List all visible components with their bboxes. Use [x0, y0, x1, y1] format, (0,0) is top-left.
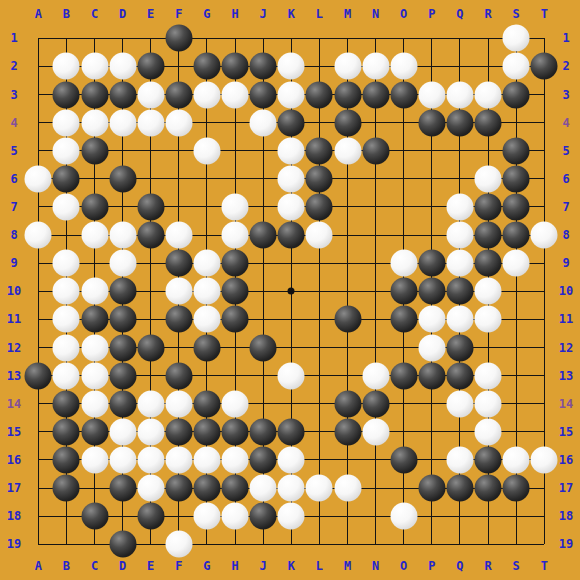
stone-black-F13[interactable] [165, 362, 192, 389]
column-label-top-E: E [147, 7, 154, 21]
stone-black-D10[interactable] [109, 278, 136, 305]
stone-white-K3[interactable] [278, 81, 305, 108]
stone-white-M5[interactable] [334, 137, 361, 164]
stone-white-K7[interactable] [278, 193, 305, 220]
grid-line-vertical [375, 38, 376, 544]
stone-black-E7[interactable] [137, 193, 164, 220]
column-label-top-K: K [288, 7, 295, 21]
stone-white-E17[interactable] [137, 475, 164, 502]
stone-white-P11[interactable] [418, 306, 445, 333]
stone-black-S3[interactable] [503, 81, 530, 108]
row-label-right-10: 10 [559, 284, 573, 298]
row-label-right-7: 7 [562, 200, 569, 214]
stone-white-K6[interactable] [278, 165, 305, 192]
stone-black-R16[interactable] [475, 446, 502, 473]
stone-white-S2[interactable] [503, 53, 530, 80]
stone-black-O16[interactable] [390, 446, 417, 473]
stone-white-R11[interactable] [475, 306, 502, 333]
stone-black-D6[interactable] [109, 165, 136, 192]
stone-white-S16[interactable] [503, 446, 530, 473]
stone-black-L5[interactable] [306, 137, 333, 164]
stone-white-C4[interactable] [81, 109, 108, 136]
stone-white-G11[interactable] [193, 306, 220, 333]
stone-black-J12[interactable] [250, 334, 277, 361]
stone-white-H8[interactable] [222, 222, 249, 249]
stone-black-D3[interactable] [109, 81, 136, 108]
row-label-left-7: 7 [10, 200, 17, 214]
column-label-bottom-L: L [316, 559, 323, 573]
column-label-top-H: H [231, 7, 238, 21]
stone-black-C3[interactable] [81, 81, 108, 108]
stone-black-D11[interactable] [109, 306, 136, 333]
column-label-top-G: G [203, 7, 210, 21]
stone-black-Q13[interactable] [446, 362, 473, 389]
stone-white-C2[interactable] [81, 53, 108, 80]
stone-white-F16[interactable] [165, 446, 192, 473]
stone-white-Q8[interactable] [446, 222, 473, 249]
row-label-right-11: 11 [559, 312, 573, 326]
stone-black-D12[interactable] [109, 334, 136, 361]
stone-white-R3[interactable] [475, 81, 502, 108]
stone-white-Q14[interactable] [446, 390, 473, 417]
stone-black-Q17[interactable] [446, 475, 473, 502]
stone-black-H11[interactable] [222, 306, 249, 333]
stone-white-E4[interactable] [137, 109, 164, 136]
column-label-top-N: N [372, 7, 379, 21]
row-label-right-3: 3 [562, 88, 569, 102]
stone-black-M4[interactable] [334, 109, 361, 136]
column-label-bottom-O: O [400, 559, 407, 573]
stone-white-H18[interactable] [222, 503, 249, 530]
stone-white-T16[interactable] [531, 446, 558, 473]
stone-white-C13[interactable] [81, 362, 108, 389]
column-label-bottom-B: B [63, 559, 70, 573]
row-label-left-17: 17 [7, 481, 21, 495]
stone-black-J2[interactable] [250, 53, 277, 80]
stone-black-R8[interactable] [475, 222, 502, 249]
row-label-right-9: 9 [562, 256, 569, 270]
row-label-left-3: 3 [10, 88, 17, 102]
stone-white-H16[interactable] [222, 446, 249, 473]
row-label-right-18: 18 [559, 509, 573, 523]
stone-black-J8[interactable] [250, 222, 277, 249]
stone-black-B16[interactable] [53, 446, 80, 473]
stone-white-L17[interactable] [306, 475, 333, 502]
stone-white-D15[interactable] [109, 418, 136, 445]
stone-white-G16[interactable] [193, 446, 220, 473]
stone-black-G15[interactable] [193, 418, 220, 445]
stone-white-O18[interactable] [390, 503, 417, 530]
stone-white-C16[interactable] [81, 446, 108, 473]
stone-white-R13[interactable] [475, 362, 502, 389]
stone-black-M11[interactable] [334, 306, 361, 333]
stone-black-S5[interactable] [503, 137, 530, 164]
stone-white-A6[interactable] [25, 165, 52, 192]
stone-black-D13[interactable] [109, 362, 136, 389]
stone-black-H10[interactable] [222, 278, 249, 305]
stone-white-H14[interactable] [222, 390, 249, 417]
stone-white-E14[interactable] [137, 390, 164, 417]
stone-white-D4[interactable] [109, 109, 136, 136]
stone-white-E3[interactable] [137, 81, 164, 108]
stone-black-M14[interactable] [334, 390, 361, 417]
stone-black-G14[interactable] [193, 390, 220, 417]
stone-black-J15[interactable] [250, 418, 277, 445]
column-label-top-P: P [428, 7, 435, 21]
stone-white-R6[interactable] [475, 165, 502, 192]
stone-black-G12[interactable] [193, 334, 220, 361]
column-label-top-J: J [260, 7, 267, 21]
column-label-bottom-P: P [428, 559, 435, 573]
stone-white-H7[interactable] [222, 193, 249, 220]
row-label-left-19: 19 [7, 537, 21, 551]
stone-black-T2[interactable] [531, 53, 558, 80]
stone-white-A8[interactable] [25, 222, 52, 249]
stone-black-J16[interactable] [250, 446, 277, 473]
row-label-left-16: 16 [7, 453, 21, 467]
stone-black-L7[interactable] [306, 193, 333, 220]
column-label-bottom-F: F [175, 559, 182, 573]
stone-white-S9[interactable] [503, 250, 530, 277]
stone-black-E12[interactable] [137, 334, 164, 361]
column-label-top-Q: Q [456, 7, 463, 21]
column-label-top-R: R [484, 7, 491, 21]
stone-white-H3[interactable] [222, 81, 249, 108]
stone-black-C5[interactable] [81, 137, 108, 164]
stone-white-Q3[interactable] [446, 81, 473, 108]
stone-white-B13[interactable] [53, 362, 80, 389]
stone-black-P13[interactable] [418, 362, 445, 389]
stone-black-O13[interactable] [390, 362, 417, 389]
stone-black-S8[interactable] [503, 222, 530, 249]
stone-black-F1[interactable] [165, 25, 192, 52]
stone-white-C12[interactable] [81, 334, 108, 361]
stone-black-B14[interactable] [53, 390, 80, 417]
stone-white-K13[interactable] [278, 362, 305, 389]
stone-black-H2[interactable] [222, 53, 249, 80]
column-label-bottom-C: C [91, 559, 98, 573]
stone-black-D17[interactable] [109, 475, 136, 502]
stone-white-P3[interactable] [418, 81, 445, 108]
column-label-bottom-Q: Q [456, 559, 463, 573]
row-label-left-18: 18 [7, 509, 21, 523]
stone-black-H9[interactable] [222, 250, 249, 277]
stone-white-Q9[interactable] [446, 250, 473, 277]
row-label-right-6: 6 [562, 172, 569, 186]
row-label-right-12: 12 [559, 341, 573, 355]
stone-black-R4[interactable] [475, 109, 502, 136]
stone-white-E15[interactable] [137, 418, 164, 445]
stone-white-B12[interactable] [53, 334, 80, 361]
column-label-bottom-N: N [372, 559, 379, 573]
column-label-top-O: O [400, 7, 407, 21]
column-label-bottom-S: S [513, 559, 520, 573]
stone-black-L3[interactable] [306, 81, 333, 108]
row-label-right-8: 8 [562, 228, 569, 242]
stone-black-E2[interactable] [137, 53, 164, 80]
stone-black-Q12[interactable] [446, 334, 473, 361]
stone-white-T8[interactable] [531, 222, 558, 249]
stone-black-C15[interactable] [81, 418, 108, 445]
stone-black-M3[interactable] [334, 81, 361, 108]
stone-white-G18[interactable] [193, 503, 220, 530]
column-label-top-B: B [63, 7, 70, 21]
stone-white-F4[interactable] [165, 109, 192, 136]
stone-black-N5[interactable] [362, 137, 389, 164]
row-label-right-16: 16 [559, 453, 573, 467]
column-label-bottom-T: T [541, 559, 548, 573]
column-label-top-A: A [35, 7, 42, 21]
row-label-left-11: 11 [7, 312, 21, 326]
row-label-left-13: 13 [7, 369, 21, 383]
stone-black-A13[interactable] [25, 362, 52, 389]
stone-black-H17[interactable] [222, 475, 249, 502]
stone-black-R17[interactable] [475, 475, 502, 502]
column-label-bottom-D: D [119, 559, 126, 573]
column-label-bottom-M: M [344, 559, 351, 573]
stone-white-M2[interactable] [334, 53, 361, 80]
stone-black-F11[interactable] [165, 306, 192, 333]
row-label-left-12: 12 [7, 341, 21, 355]
row-label-left-15: 15 [7, 425, 21, 439]
stone-black-Q10[interactable] [446, 278, 473, 305]
stone-white-F19[interactable] [165, 531, 192, 558]
stone-black-R7[interactable] [475, 193, 502, 220]
stone-black-E18[interactable] [137, 503, 164, 530]
stone-black-D14[interactable] [109, 390, 136, 417]
stone-white-C8[interactable] [81, 222, 108, 249]
row-label-right-4: 4 [562, 116, 569, 130]
stone-black-S6[interactable] [503, 165, 530, 192]
row-label-left-2: 2 [10, 59, 17, 73]
stone-white-J4[interactable] [250, 109, 277, 136]
stone-black-S7[interactable] [503, 193, 530, 220]
stone-white-F14[interactable] [165, 390, 192, 417]
stone-white-O9[interactable] [390, 250, 417, 277]
stone-white-Q11[interactable] [446, 306, 473, 333]
go-board[interactable]: AABBCCDDEEFFGGHHJJKKLLMMNNOOPPQQRRSSTT11… [0, 0, 580, 580]
stone-white-D8[interactable] [109, 222, 136, 249]
stone-black-J18[interactable] [250, 503, 277, 530]
column-label-bottom-J: J [260, 559, 267, 573]
stone-white-B11[interactable] [53, 306, 80, 333]
row-label-left-6: 6 [10, 172, 17, 186]
stone-black-O3[interactable] [390, 81, 417, 108]
stone-white-E16[interactable] [137, 446, 164, 473]
column-label-top-C: C [91, 7, 98, 21]
stone-black-G17[interactable] [193, 475, 220, 502]
stone-white-C14[interactable] [81, 390, 108, 417]
stone-white-R10[interactable] [475, 278, 502, 305]
row-label-right-1: 1 [562, 31, 569, 45]
stone-black-J3[interactable] [250, 81, 277, 108]
stone-black-K4[interactable] [278, 109, 305, 136]
stone-white-B5[interactable] [53, 137, 80, 164]
stone-black-C7[interactable] [81, 193, 108, 220]
stone-white-N15[interactable] [362, 418, 389, 445]
column-label-top-M: M [344, 7, 351, 21]
stone-white-B2[interactable] [53, 53, 80, 80]
column-label-top-L: L [316, 7, 323, 21]
stone-white-N13[interactable] [362, 362, 389, 389]
go-game-screen: AABBCCDDEEFFGGHHJJKKLLMMNNOOPPQQRRSSTT11… [0, 0, 580, 580]
stone-black-B6[interactable] [53, 165, 80, 192]
stone-black-E8[interactable] [137, 222, 164, 249]
row-label-left-5: 5 [10, 144, 17, 158]
stone-white-Q7[interactable] [446, 193, 473, 220]
column-label-top-T: T [541, 7, 548, 21]
stone-white-O2[interactable] [390, 53, 417, 80]
row-label-right-2: 2 [562, 59, 569, 73]
stone-black-F17[interactable] [165, 475, 192, 502]
row-label-left-10: 10 [7, 284, 21, 298]
stone-black-P9[interactable] [418, 250, 445, 277]
stone-white-M17[interactable] [334, 475, 361, 502]
stone-black-O10[interactable] [390, 278, 417, 305]
stone-black-G2[interactable] [193, 53, 220, 80]
stone-black-R9[interactable] [475, 250, 502, 277]
row-label-left-4: 4 [10, 116, 17, 130]
row-label-right-19: 19 [559, 537, 573, 551]
grid-line-vertical [319, 38, 320, 544]
stone-white-D2[interactable] [109, 53, 136, 80]
column-label-bottom-A: A [35, 559, 42, 573]
row-label-right-13: 13 [559, 369, 573, 383]
stone-white-B9[interactable] [53, 250, 80, 277]
stone-black-O11[interactable] [390, 306, 417, 333]
row-label-left-8: 8 [10, 228, 17, 242]
column-label-bottom-E: E [147, 559, 154, 573]
column-label-top-S: S [513, 7, 520, 21]
stone-black-P17[interactable] [418, 475, 445, 502]
stone-black-S17[interactable] [503, 475, 530, 502]
stone-white-K2[interactable] [278, 53, 305, 80]
stone-white-J17[interactable] [250, 475, 277, 502]
row-label-right-15: 15 [559, 425, 573, 439]
column-label-top-D: D [119, 7, 126, 21]
stone-white-Q16[interactable] [446, 446, 473, 473]
stone-black-N3[interactable] [362, 81, 389, 108]
stone-white-K5[interactable] [278, 137, 305, 164]
stone-white-K16[interactable] [278, 446, 305, 473]
stone-white-P12[interactable] [418, 334, 445, 361]
stone-white-B7[interactable] [53, 193, 80, 220]
stone-black-N14[interactable] [362, 390, 389, 417]
row-label-right-14: 14 [559, 397, 573, 411]
column-label-bottom-R: R [484, 559, 491, 573]
row-label-left-1: 1 [10, 31, 17, 45]
stone-white-D9[interactable] [109, 250, 136, 277]
stone-black-B3[interactable] [53, 81, 80, 108]
stone-white-R15[interactable] [475, 418, 502, 445]
column-label-bottom-G: G [203, 559, 210, 573]
column-label-bottom-K: K [288, 559, 295, 573]
stone-black-B17[interactable] [53, 475, 80, 502]
stone-black-Q4[interactable] [446, 109, 473, 136]
stone-black-F3[interactable] [165, 81, 192, 108]
row-label-left-14: 14 [7, 397, 21, 411]
stone-white-C10[interactable] [81, 278, 108, 305]
stone-white-R14[interactable] [475, 390, 502, 417]
stone-black-K8[interactable] [278, 222, 305, 249]
stone-white-K18[interactable] [278, 503, 305, 530]
stone-black-L6[interactable] [306, 165, 333, 192]
stone-white-L8[interactable] [306, 222, 333, 249]
column-label-bottom-H: H [231, 559, 238, 573]
row-label-right-17: 17 [559, 481, 573, 495]
stone-black-D19[interactable] [109, 531, 136, 558]
stone-black-F15[interactable] [165, 418, 192, 445]
stone-black-K15[interactable] [278, 418, 305, 445]
stone-white-G9[interactable] [193, 250, 220, 277]
stone-black-C18[interactable] [81, 503, 108, 530]
stone-white-G10[interactable] [193, 278, 220, 305]
stone-black-C11[interactable] [81, 306, 108, 333]
stone-black-B15[interactable] [53, 418, 80, 445]
stone-white-G3[interactable] [193, 81, 220, 108]
stone-black-H15[interactable] [222, 418, 249, 445]
column-label-top-F: F [175, 7, 182, 21]
stone-black-F9[interactable] [165, 250, 192, 277]
stone-white-S1[interactable] [503, 25, 530, 52]
stone-white-B4[interactable] [53, 109, 80, 136]
stone-black-P4[interactable] [418, 109, 445, 136]
stone-white-F10[interactable] [165, 278, 192, 305]
stone-black-M15[interactable] [334, 418, 361, 445]
stone-black-P10[interactable] [418, 278, 445, 305]
stone-white-N2[interactable] [362, 53, 389, 80]
star-point-K10 [288, 288, 295, 295]
row-label-left-9: 9 [10, 256, 17, 270]
stone-white-F8[interactable] [165, 222, 192, 249]
stone-white-K17[interactable] [278, 475, 305, 502]
stone-white-G5[interactable] [193, 137, 220, 164]
row-label-right-5: 5 [562, 144, 569, 158]
stone-white-B10[interactable] [53, 278, 80, 305]
stone-white-D16[interactable] [109, 446, 136, 473]
